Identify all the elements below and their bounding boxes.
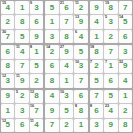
cell-digit: 1 bbox=[123, 92, 127, 100]
cage-sum: 6 bbox=[75, 30, 77, 34]
cell-digit: 3 bbox=[123, 48, 127, 56]
cage-sum: 12 bbox=[30, 90, 34, 94]
cell-r9c7[interactable]: 3 bbox=[90, 119, 103, 132]
cell-r2c7[interactable]: 4 bbox=[90, 15, 103, 28]
cell-digit: 7 bbox=[20, 62, 24, 70]
cell-r1c7[interactable]: 9 bbox=[90, 1, 103, 14]
cage-sum: 11 bbox=[75, 1, 79, 5]
cell-digit: 5 bbox=[34, 62, 38, 70]
cell-digit: 3 bbox=[34, 4, 38, 12]
cage-sum: 8 bbox=[30, 45, 32, 49]
cell-r8c8[interactable]: 234 bbox=[104, 104, 117, 117]
cage-sum: 5 bbox=[16, 90, 18, 94]
cell-digit: 2 bbox=[123, 107, 127, 115]
cell-r7c6[interactable]: 6 bbox=[74, 90, 87, 103]
cell-digit: 5 bbox=[20, 33, 24, 41]
cell-digit: 8 bbox=[123, 121, 127, 129]
cell-r1c3[interactable]: 93 bbox=[30, 1, 43, 14]
box-6: 188737271329564 bbox=[90, 45, 132, 87]
cell-r3c5[interactable]: 8 bbox=[60, 30, 73, 43]
cell-digit: 8 bbox=[109, 4, 113, 12]
cell-digit: 7 bbox=[123, 4, 127, 12]
cell-r7c9[interactable]: 1 bbox=[119, 90, 132, 103]
cell-r8c7[interactable]: 86 bbox=[90, 104, 103, 117]
cell-r9c5[interactable]: 2 bbox=[60, 119, 73, 132]
cell-digit: 4 bbox=[123, 77, 127, 85]
cell-digit: 2 bbox=[94, 62, 98, 70]
cell-digit: 6 bbox=[50, 62, 54, 70]
cell-digit: 1 bbox=[34, 48, 38, 56]
cage-sum: 8 bbox=[90, 104, 92, 108]
cell-r7c5[interactable]: 103 bbox=[60, 90, 73, 103]
cell-digit: 1 bbox=[109, 62, 113, 70]
box-8: 410369588721 bbox=[45, 90, 87, 132]
cell-r8c1[interactable]: 1 bbox=[1, 104, 14, 117]
box-2: 5216112171393864 bbox=[45, 1, 87, 43]
cell-r1c4[interactable]: 5 bbox=[45, 1, 58, 14]
cell-r8c5[interactable]: 5 bbox=[60, 104, 73, 117]
cell-r9c4[interactable]: 7 bbox=[45, 119, 58, 132]
cell-r3c1[interactable]: 307 bbox=[1, 30, 14, 43]
cell-digit: 2 bbox=[64, 121, 68, 129]
cell-digit: 5 bbox=[64, 107, 68, 115]
cage-sum: 9 bbox=[30, 1, 32, 5]
cell-r8c9[interactable]: 2 bbox=[119, 104, 132, 117]
cage-sum: 11 bbox=[16, 45, 20, 49]
cell-digit: 6 bbox=[34, 18, 38, 26]
cell-r1c8[interactable]: 198 bbox=[104, 1, 117, 14]
box-9: 751862342398 bbox=[90, 90, 132, 132]
cell-digit: 3 bbox=[5, 77, 9, 85]
cell-r9c9[interactable]: 8 bbox=[119, 119, 132, 132]
cell-digit: 2 bbox=[79, 4, 83, 12]
cell-r5c4[interactable]: 6 bbox=[45, 60, 58, 73]
cell-digit: 1 bbox=[20, 4, 24, 12]
cage-sum: 30 bbox=[2, 30, 6, 34]
cage-sum: 21 bbox=[60, 1, 64, 5]
cell-r1c5[interactable]: 216 bbox=[60, 1, 73, 14]
cage-sum: 7 bbox=[90, 60, 92, 64]
cell-digit: 2 bbox=[50, 48, 54, 56]
cell-r4c3[interactable]: 81 bbox=[30, 45, 43, 58]
cell-digit: 5 bbox=[94, 77, 98, 85]
cell-digit: 3 bbox=[50, 33, 54, 41]
cage-sum: 8 bbox=[75, 104, 77, 108]
cell-r4c7[interactable]: 188 bbox=[90, 45, 103, 58]
cell-r7c1[interactable]: 9 bbox=[1, 90, 14, 103]
cage-sum: 14 bbox=[46, 45, 50, 49]
cell-digit: 7 bbox=[109, 48, 113, 56]
cell-digit: 6 bbox=[64, 4, 68, 12]
cell-r5c9[interactable]: 329 bbox=[119, 60, 132, 73]
cell-r6c5[interactable]: 1 bbox=[60, 74, 73, 87]
cell-r6c1[interactable]: 123 bbox=[1, 74, 14, 87]
cell-r9c2[interactable]: 6 bbox=[15, 119, 28, 132]
cell-r9c1[interactable]: 125 bbox=[1, 119, 14, 132]
box-4: 6114818751231192 bbox=[1, 45, 43, 87]
cell-r2c2[interactable]: 8 bbox=[15, 15, 28, 28]
cell-r7c3[interactable]: 128 bbox=[30, 90, 43, 103]
cell-r6c4[interactable]: 8 bbox=[45, 74, 58, 87]
cell-digit: 4 bbox=[34, 121, 38, 129]
cell-r6c2[interactable]: 119 bbox=[15, 74, 28, 87]
cell-r2c4[interactable]: 1 bbox=[45, 15, 58, 28]
cell-digit: 7 bbox=[50, 121, 54, 129]
cell-r5c1[interactable]: 8 bbox=[1, 60, 14, 73]
cell-digit: 5 bbox=[50, 4, 54, 12]
cell-digit: 5 bbox=[79, 48, 83, 56]
cell-digit: 3 bbox=[94, 121, 98, 129]
cell-r6c6[interactable]: 7 bbox=[74, 74, 87, 87]
cell-digit: 5 bbox=[109, 92, 113, 100]
cell-digit: 8 bbox=[34, 92, 38, 100]
cell-r4c5[interactable]: 279 bbox=[60, 45, 73, 58]
cell-digit: 6 bbox=[5, 48, 9, 56]
cell-digit: 9 bbox=[50, 107, 54, 115]
cell-r5c8[interactable]: 71 bbox=[104, 60, 117, 73]
cell-digit: 4 bbox=[109, 107, 113, 115]
cell-digit: 9 bbox=[34, 33, 38, 41]
cell-r9c8[interactable]: 9 bbox=[104, 119, 117, 132]
cell-r6c3[interactable]: 2 bbox=[30, 74, 43, 87]
cell-r4c2[interactable]: 114 bbox=[15, 45, 28, 58]
cage-sum: 27 bbox=[60, 45, 64, 49]
cell-digit: 1 bbox=[79, 121, 83, 129]
cell-r1c9[interactable]: 7 bbox=[119, 1, 132, 14]
cell-r1c6[interactable]: 112 bbox=[74, 1, 87, 14]
cell-digit: 2 bbox=[34, 77, 38, 85]
cell-digit: 4 bbox=[94, 18, 98, 26]
cell-r4c6[interactable]: 5 bbox=[74, 45, 87, 58]
cell-digit: 8 bbox=[94, 48, 98, 56]
cage-sum: 12 bbox=[2, 119, 6, 123]
cell-digit: 9 bbox=[109, 121, 113, 129]
cell-r7c2[interactable]: 52 bbox=[15, 90, 28, 103]
cell-r4c9[interactable]: 3 bbox=[119, 45, 132, 58]
cell-r3c9[interactable]: 6 bbox=[119, 30, 132, 43]
cell-digit: 7 bbox=[79, 77, 83, 85]
cage-sum: 10 bbox=[60, 90, 64, 94]
cell-r4c8[interactable]: 7 bbox=[104, 45, 117, 58]
cell-digit: 9 bbox=[123, 62, 127, 70]
box-5: 142279564103817 bbox=[45, 45, 87, 87]
cell-r5c5[interactable]: 4 bbox=[60, 60, 73, 73]
cell-digit: 7 bbox=[94, 92, 98, 100]
cell-r2c8[interactable]: 53 bbox=[104, 15, 117, 28]
cell-r5c6[interactable]: 103 bbox=[74, 60, 87, 73]
cell-digit: 6 bbox=[79, 92, 83, 100]
cell-r2c9[interactable]: 145 bbox=[119, 15, 132, 28]
cell-r4c4[interactable]: 142 bbox=[45, 45, 58, 58]
cell-r9c3[interactable]: 114 bbox=[30, 119, 43, 132]
cage-sum: 23 bbox=[105, 104, 109, 108]
cage-sum: 11 bbox=[30, 119, 34, 123]
cell-r7c8[interactable]: 5 bbox=[104, 90, 117, 103]
cell-digit: 1 bbox=[64, 77, 68, 85]
cell-digit: 8 bbox=[5, 62, 9, 70]
cage-sum: 5 bbox=[105, 15, 107, 19]
cell-r6c8[interactable]: 6 bbox=[104, 74, 117, 87]
cell-digit: 2 bbox=[109, 33, 113, 41]
cell-r7c7[interactable]: 7 bbox=[90, 90, 103, 103]
cell-r7c4[interactable]: 4 bbox=[45, 90, 58, 103]
cell-digit: 6 bbox=[109, 77, 113, 85]
cell-digit: 8 bbox=[50, 77, 54, 85]
cell-r5c7[interactable]: 72 bbox=[90, 60, 103, 73]
sudoku-board: 1541932863075952161121713938649198745314… bbox=[0, 0, 133, 133]
cell-digit: 6 bbox=[94, 107, 98, 115]
cell-r2c3[interactable]: 6 bbox=[30, 15, 43, 28]
cage-sum: 14 bbox=[119, 15, 123, 19]
cell-r3c4[interactable]: 3 bbox=[45, 30, 58, 43]
cell-r6c7[interactable]: 5 bbox=[90, 74, 103, 87]
cage-sum: 12 bbox=[2, 74, 6, 78]
cell-digit: 3 bbox=[20, 107, 24, 115]
cell-digit: 9 bbox=[79, 18, 83, 26]
cage-sum: 7 bbox=[105, 60, 107, 64]
box-3: 91987453145126 bbox=[90, 1, 132, 43]
cell-r3c7[interactable]: 1 bbox=[90, 30, 103, 43]
cell-digit: 9 bbox=[64, 48, 68, 56]
cell-digit: 9 bbox=[20, 77, 24, 85]
cell-digit: 9 bbox=[94, 4, 98, 12]
cell-digit: 1 bbox=[50, 18, 54, 26]
cell-digit: 2 bbox=[5, 18, 9, 26]
cell-r3c3[interactable]: 9 bbox=[30, 30, 43, 43]
cell-r3c2[interactable]: 5 bbox=[15, 30, 28, 43]
cell-digit: 7 bbox=[5, 33, 9, 41]
cell-digit: 1 bbox=[5, 107, 9, 115]
cell-digit: 4 bbox=[79, 33, 83, 41]
cell-r3c6[interactable]: 64 bbox=[74, 30, 87, 43]
cell-r5c3[interactable]: 5 bbox=[30, 60, 43, 73]
cell-digit: 8 bbox=[79, 107, 83, 115]
cell-digit: 5 bbox=[123, 18, 127, 26]
cell-digit: 3 bbox=[109, 18, 113, 26]
cell-r1c1[interactable]: 154 bbox=[1, 1, 14, 14]
cell-r8c6[interactable]: 88 bbox=[74, 104, 87, 117]
cell-digit: 1 bbox=[94, 33, 98, 41]
cell-r8c2[interactable]: 3 bbox=[15, 104, 28, 117]
cell-r8c3[interactable]: 167 bbox=[30, 104, 43, 117]
cell-digit: 8 bbox=[64, 33, 68, 41]
cage-sum: 16 bbox=[30, 104, 34, 108]
cage-sum: 32 bbox=[119, 60, 123, 64]
cell-digit: 7 bbox=[34, 107, 38, 115]
cell-r2c1[interactable]: 2 bbox=[1, 15, 14, 28]
cell-digit: 4 bbox=[64, 62, 68, 70]
cell-digit: 4 bbox=[20, 48, 24, 56]
cell-digit: 3 bbox=[79, 62, 83, 70]
cage-sum: 19 bbox=[105, 1, 109, 5]
cell-digit: 6 bbox=[20, 121, 24, 129]
cell-r3c8[interactable]: 2 bbox=[104, 30, 117, 43]
cell-digit: 4 bbox=[50, 92, 54, 100]
cell-digit: 3 bbox=[64, 92, 68, 100]
cage-sum: 18 bbox=[90, 45, 94, 49]
cell-digit: 7 bbox=[64, 18, 68, 26]
cage-sum: 13 bbox=[75, 15, 79, 19]
cell-r5c2[interactable]: 7 bbox=[15, 60, 28, 73]
cage-sum: 10 bbox=[75, 60, 79, 64]
cell-r4c1[interactable]: 6 bbox=[1, 45, 14, 58]
cell-digit: 4 bbox=[5, 4, 9, 12]
cell-r2c6[interactable]: 139 bbox=[74, 15, 87, 28]
cell-digit: 2 bbox=[20, 92, 24, 100]
cell-r6c9[interactable]: 4 bbox=[119, 74, 132, 87]
cage-sum: 15 bbox=[2, 1, 6, 5]
cell-r1c2[interactable]: 1 bbox=[15, 1, 28, 14]
cell-r8c4[interactable]: 9 bbox=[45, 104, 58, 117]
cell-r2c5[interactable]: 7 bbox=[60, 15, 73, 28]
cell-digit: 6 bbox=[123, 33, 127, 41]
box-1: 15419328630759 bbox=[1, 1, 43, 43]
cell-r9c6[interactable]: 1 bbox=[74, 119, 87, 132]
cage-sum: 11 bbox=[16, 74, 20, 78]
box-7: 952128131671256114 bbox=[1, 90, 43, 132]
cell-digit: 8 bbox=[20, 18, 24, 26]
cell-digit: 9 bbox=[5, 92, 9, 100]
